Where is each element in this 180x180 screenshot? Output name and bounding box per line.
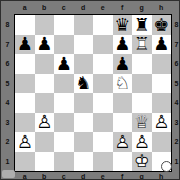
square-a6[interactable] xyxy=(15,54,35,74)
square-d1[interactable] xyxy=(74,152,94,172)
square-f7[interactable]: ♟ xyxy=(113,35,133,55)
piece-wP-h3: ♟♙ xyxy=(152,113,172,133)
rank-label-left-2: 2 xyxy=(1,132,14,152)
square-c6[interactable]: ♟ xyxy=(54,54,74,74)
square-b5[interactable] xyxy=(35,74,55,94)
square-d2[interactable] xyxy=(74,132,94,152)
rank-label-right-3: 3 xyxy=(172,113,180,133)
file-label-top-d: d xyxy=(74,1,94,14)
square-f1[interactable] xyxy=(113,152,133,172)
rank-label-right-5: 5 xyxy=(172,74,180,94)
square-b2[interactable] xyxy=(35,132,55,152)
piece-bP-f7: ♟ xyxy=(113,35,133,55)
square-h8[interactable]: ♚ xyxy=(152,15,172,35)
piece-bN-d5: ♞ xyxy=(74,74,94,94)
file-label-bottom-f: f xyxy=(113,171,133,180)
piece-bP-h7: ♟ xyxy=(152,35,172,55)
square-g4[interactable] xyxy=(132,93,152,113)
file-label-bottom-h: h xyxy=(152,171,172,180)
rank-label-left-8: 8 xyxy=(1,15,14,35)
rank-label-right-6: 6 xyxy=(172,54,180,74)
piece-bP-b7: ♟ xyxy=(35,35,55,55)
square-c5[interactable] xyxy=(54,74,74,94)
piece-wQ-g3: ♛♕ xyxy=(132,113,152,133)
square-a7[interactable]: ♟ xyxy=(15,35,35,55)
piece-wR-g7: ♜♖ xyxy=(132,35,152,55)
square-b3[interactable]: ♟♙ xyxy=(35,113,55,133)
file-label-top-f: f xyxy=(113,1,133,14)
square-h5[interactable] xyxy=(152,74,172,94)
piece-wP-g2: ♟♙ xyxy=(132,132,152,152)
piece-bP-c6: ♟ xyxy=(54,54,74,74)
piece-bP-f6: ♟ xyxy=(113,54,133,74)
square-c7[interactable] xyxy=(54,35,74,55)
square-d6[interactable] xyxy=(74,54,94,74)
square-e3[interactable] xyxy=(93,113,113,133)
square-h4[interactable] xyxy=(152,93,172,113)
file-label-top-c: c xyxy=(54,1,74,14)
square-e7[interactable] xyxy=(93,35,113,55)
file-label-bottom-a: a xyxy=(15,171,35,180)
square-c8[interactable] xyxy=(54,15,74,35)
file-label-top-h: h xyxy=(152,1,172,14)
square-g8[interactable]: ♜ xyxy=(132,15,152,35)
square-g6[interactable] xyxy=(132,54,152,74)
square-b6[interactable] xyxy=(35,54,55,74)
rank-label-left-4: 4 xyxy=(1,93,14,113)
square-a4[interactable] xyxy=(15,93,35,113)
square-d8[interactable] xyxy=(74,15,94,35)
square-d4[interactable] xyxy=(74,93,94,113)
square-e2[interactable] xyxy=(93,132,113,152)
piece-bK-h8: ♚ xyxy=(152,15,172,35)
square-b1[interactable] xyxy=(35,152,55,172)
chess-board: ♛♜♚♟♟♟♜♖♟♟♟♞♞♘♟♙♛♕♟♙♟♙♟♙♟♙♚♔ xyxy=(14,14,172,172)
piece-bQ-f8: ♛ xyxy=(113,15,133,35)
square-b4[interactable] xyxy=(35,93,55,113)
square-f2[interactable]: ♟♙ xyxy=(113,132,133,152)
square-h7[interactable]: ♟ xyxy=(152,35,172,55)
square-g1[interactable]: ♚♔ xyxy=(132,152,152,172)
piece-wP-b3: ♟♙ xyxy=(35,113,55,133)
file-label-bottom-g: g xyxy=(132,171,152,180)
rank-labels-left: 87654321 xyxy=(1,15,14,171)
square-c2[interactable] xyxy=(54,132,74,152)
square-h3[interactable]: ♟♙ xyxy=(152,113,172,133)
file-labels-bottom: abcdefgh xyxy=(15,171,171,180)
square-a1[interactable] xyxy=(15,152,35,172)
square-g2[interactable]: ♟♙ xyxy=(132,132,152,152)
square-h6[interactable] xyxy=(152,54,172,74)
rank-label-left-1: 1 xyxy=(1,152,14,172)
square-f6[interactable]: ♟ xyxy=(113,54,133,74)
square-g7[interactable]: ♜♖ xyxy=(132,35,152,55)
file-labels-top: abcdefgh xyxy=(15,1,171,14)
piece-wN-f5: ♞♘ xyxy=(113,74,133,94)
file-label-bottom-d: d xyxy=(74,171,94,180)
rank-label-left-3: 3 xyxy=(1,113,14,133)
square-a2[interactable]: ♟♙ xyxy=(15,132,35,152)
square-e1[interactable] xyxy=(93,152,113,172)
file-label-top-b: b xyxy=(35,1,55,14)
square-e5[interactable] xyxy=(93,74,113,94)
square-c3[interactable] xyxy=(54,113,74,133)
corner-watermark xyxy=(2,170,15,178)
piece-wP-a2: ♟♙ xyxy=(15,132,35,152)
square-g5[interactable] xyxy=(132,74,152,94)
rank-label-left-6: 6 xyxy=(1,54,14,74)
piece-wP-f2: ♟♙ xyxy=(113,132,133,152)
file-label-bottom-b: b xyxy=(35,171,55,180)
square-f4[interactable] xyxy=(113,93,133,113)
square-b8[interactable] xyxy=(35,15,55,35)
square-c1[interactable] xyxy=(54,152,74,172)
rank-label-left-7: 7 xyxy=(1,35,14,55)
file-label-top-a: a xyxy=(15,1,35,14)
square-a8[interactable] xyxy=(15,15,35,35)
rank-label-left-5: 5 xyxy=(1,74,14,94)
square-b7[interactable]: ♟ xyxy=(35,35,55,55)
rank-label-right-8: 8 xyxy=(172,15,180,35)
square-f8[interactable]: ♛ xyxy=(113,15,133,35)
piece-wK-g1: ♚♔ xyxy=(132,152,152,172)
rank-label-right-1: 1 xyxy=(172,152,180,172)
piece-bP-a7: ♟ xyxy=(15,35,35,55)
square-e6[interactable] xyxy=(93,54,113,74)
square-a5[interactable] xyxy=(15,74,35,94)
file-label-top-g: g xyxy=(132,1,152,14)
rank-label-right-4: 4 xyxy=(172,93,180,113)
square-e8[interactable] xyxy=(93,15,113,35)
file-label-top-e: e xyxy=(93,1,113,14)
square-g3[interactable]: ♛♕ xyxy=(132,113,152,133)
square-d5[interactable]: ♞ xyxy=(74,74,94,94)
square-e4[interactable] xyxy=(93,93,113,113)
rank-labels-right: 87654321 xyxy=(172,15,180,171)
side-to-move-indicator xyxy=(161,161,172,172)
square-d3[interactable] xyxy=(74,113,94,133)
file-label-bottom-c: c xyxy=(54,171,74,180)
square-h2[interactable] xyxy=(152,132,172,152)
rank-label-right-2: 2 xyxy=(172,132,180,152)
square-a3[interactable] xyxy=(15,113,35,133)
square-f3[interactable] xyxy=(113,113,133,133)
square-d7[interactable] xyxy=(74,35,94,55)
file-label-bottom-e: e xyxy=(93,171,113,180)
square-f5[interactable]: ♞♘ xyxy=(113,74,133,94)
square-c4[interactable] xyxy=(54,93,74,113)
piece-bR-g8: ♜ xyxy=(132,15,152,35)
chess-diagram: abcdefgh abcdefgh 87654321 87654321 ♛♜♚♟… xyxy=(0,0,180,180)
rank-label-right-7: 7 xyxy=(172,35,180,55)
